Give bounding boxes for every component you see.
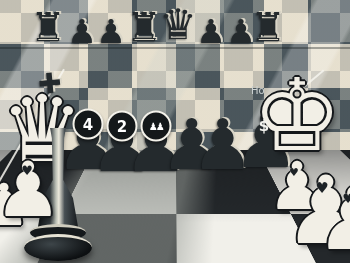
badge-number-2: 2 <box>107 111 138 142</box>
chess-illustration-scene: ♜ ♟ ♟ ♜ ♛ ♟ ♟ ♜ ✚ ♛ ♟ 4 ♟ 2 ♟ ♟♟ ♟ ♟ Ho … <box>0 0 350 263</box>
badge-two-pawns-icon: ♟♟ <box>141 111 172 142</box>
badge-number-4: 4 <box>73 109 104 140</box>
heart-icon: ♥ <box>342 191 350 206</box>
back-pawn-1: ♟ <box>67 15 97 48</box>
back-pawn-3: ♟ <box>196 15 226 48</box>
back-rook-1: ♜ <box>30 7 66 47</box>
back-rook-2: ♜ <box>126 7 162 47</box>
back-rook-3: ♜ <box>250 7 286 47</box>
heart-icon: ♥ <box>315 179 328 197</box>
dollar-icon: $ <box>259 117 269 135</box>
dark-column-piece-base <box>24 234 92 261</box>
heart-icon: ♥ <box>21 163 33 178</box>
heart-icon: ♥ <box>289 166 299 179</box>
back-pawn-2: ♟ <box>96 15 126 48</box>
back-queen: ♛ <box>159 4 197 46</box>
